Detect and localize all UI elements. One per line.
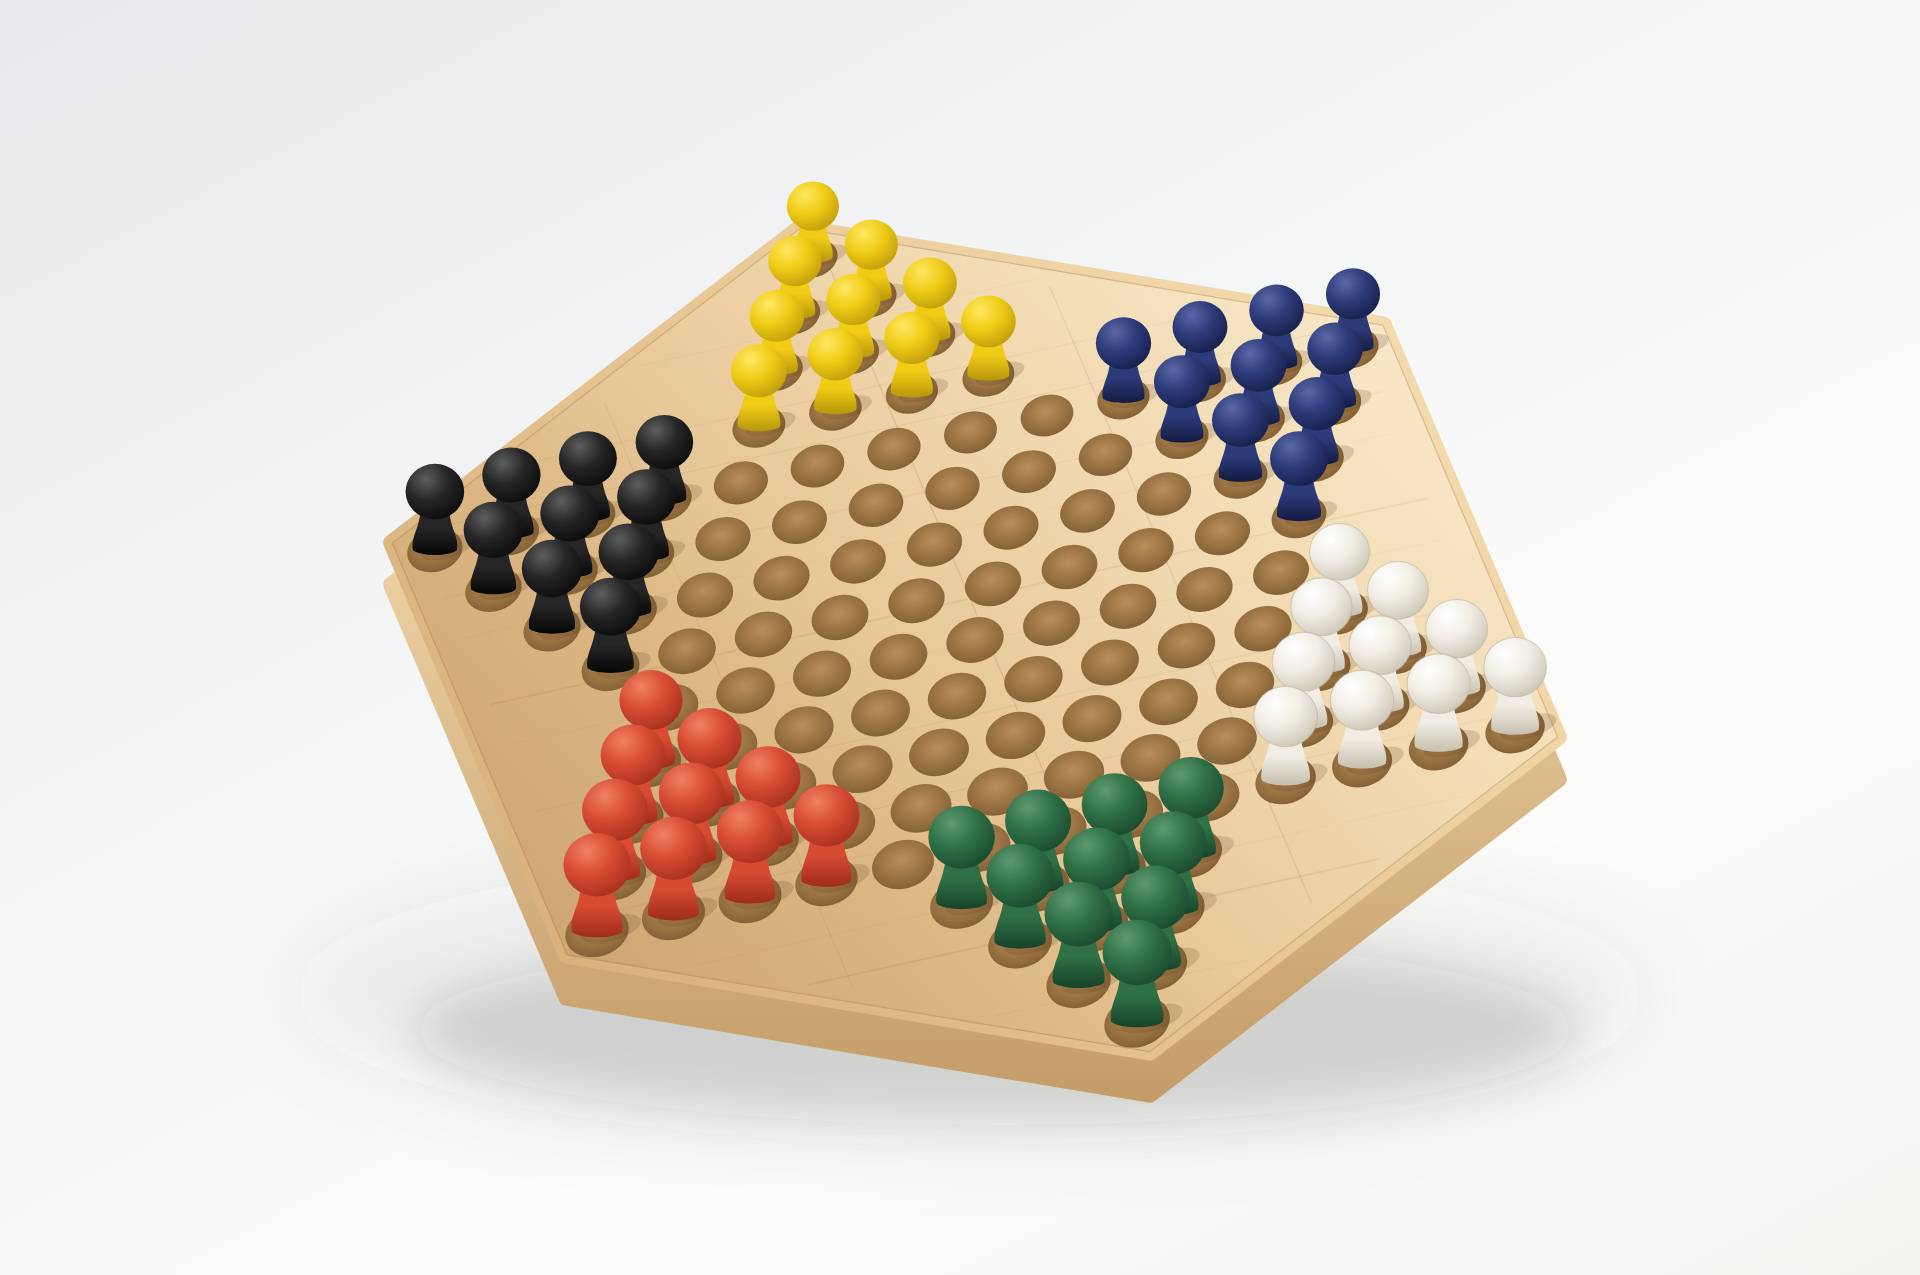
peg-knob	[928, 806, 995, 869]
peg-knob	[617, 469, 676, 525]
peg-knob	[522, 540, 582, 597]
peg-knob	[845, 219, 898, 269]
peg-knob	[1368, 562, 1429, 620]
peg-knob	[1154, 355, 1210, 408]
backdrop	[0, 0, 1920, 1275]
peg-knob	[826, 274, 880, 325]
peg-knob	[735, 746, 800, 808]
chinese-checkers-board	[0, 0, 1920, 1275]
peg-knob	[787, 181, 839, 230]
peg-knob	[1063, 828, 1130, 891]
peg-knob	[986, 844, 1053, 908]
peg-knob	[1044, 882, 1112, 947]
peg-knob	[750, 290, 805, 342]
peg-knob	[1096, 317, 1151, 369]
peg-knob	[1272, 632, 1334, 691]
peg-knob	[582, 779, 648, 841]
peg-knob	[640, 817, 707, 880]
peg-knob	[1231, 339, 1287, 392]
peg-knob	[1307, 323, 1362, 375]
peg-knob	[903, 258, 957, 309]
peg-knob	[1309, 523, 1369, 580]
peg-knob	[961, 296, 1016, 348]
peg-knob	[406, 464, 465, 519]
peg-knob	[1270, 431, 1328, 486]
peg-knob	[636, 415, 694, 469]
peg-knob	[601, 724, 666, 785]
peg-knob	[1103, 920, 1172, 985]
peg-knob	[717, 800, 783, 863]
peg-knob	[793, 784, 859, 846]
peg-knob	[559, 431, 617, 486]
peg-knob	[677, 708, 741, 769]
peg-knob	[1326, 268, 1380, 319]
peg-knob	[563, 833, 630, 897]
peg-knob	[1254, 686, 1318, 746]
peg-knob	[1140, 811, 1207, 874]
peg-knob	[1330, 670, 1393, 730]
peg-knob	[580, 578, 641, 636]
peg-knob	[1212, 393, 1269, 447]
peg-knob	[1005, 790, 1071, 853]
peg-knob	[1173, 301, 1228, 353]
peg-knob	[482, 447, 540, 502]
peg-knob	[598, 523, 658, 580]
peg-knob	[659, 762, 725, 824]
peg-knob	[540, 485, 599, 541]
peg-knob	[464, 502, 524, 558]
peg-knob	[884, 312, 939, 364]
peg-knob	[1082, 773, 1148, 835]
peg-knob	[1426, 600, 1488, 658]
peg-knob	[1349, 616, 1411, 675]
peg-knob	[768, 236, 821, 287]
peg-knob	[1249, 285, 1304, 337]
peg-knob	[808, 328, 864, 381]
peg-knob	[619, 670, 682, 730]
peg-knob	[731, 344, 787, 397]
peg-knob	[1291, 578, 1352, 636]
peg-knob	[1407, 654, 1470, 714]
peg-knob	[1158, 757, 1223, 819]
peg-knob	[1484, 637, 1547, 696]
peg-knob	[1289, 377, 1346, 431]
peg-knob	[1121, 866, 1189, 930]
